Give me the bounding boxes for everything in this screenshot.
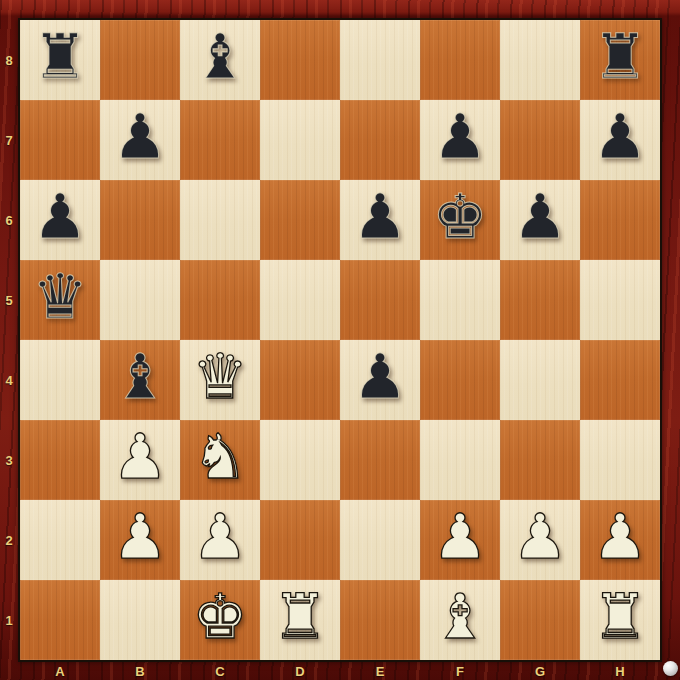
piece-white-pawn[interactable]: ♟ [112,426,168,488]
square-a6[interactable]: ♟ [20,180,100,260]
square-e3[interactable] [340,420,420,500]
piece-black-pawn[interactable]: ♟ [592,106,648,168]
square-g8[interactable] [500,20,580,100]
square-c7[interactable] [180,100,260,180]
square-a3[interactable] [20,420,100,500]
square-d7[interactable] [260,100,340,180]
square-g6[interactable]: ♟ [500,180,580,260]
square-b3[interactable]: ♟ [100,420,180,500]
rank-label-5: 5 [0,260,18,340]
piece-white-rook[interactable]: ♜ [272,586,328,648]
piece-black-pawn[interactable]: ♟ [352,346,408,408]
rank-label-1: 1 [0,580,18,660]
square-c6[interactable] [180,180,260,260]
square-f2[interactable]: ♟ [420,500,500,580]
file-label-g: G [500,662,580,680]
square-b5[interactable] [100,260,180,340]
piece-black-pawn[interactable]: ♟ [352,186,408,248]
file-label-b: B [100,662,180,680]
piece-white-king[interactable]: ♚ [192,586,248,648]
piece-black-rook[interactable]: ♜ [32,26,88,88]
square-a1[interactable] [20,580,100,660]
side-to-move-indicator [663,661,678,676]
file-label-e: E [340,662,420,680]
square-f3[interactable] [420,420,500,500]
square-f5[interactable] [420,260,500,340]
square-a4[interactable] [20,340,100,420]
piece-white-pawn[interactable]: ♟ [432,506,488,568]
square-c5[interactable] [180,260,260,340]
square-f8[interactable] [420,20,500,100]
square-d3[interactable] [260,420,340,500]
rank-label-3: 3 [0,420,18,500]
square-d2[interactable] [260,500,340,580]
square-d1[interactable]: ♜ [260,580,340,660]
rank-label-6: 6 [0,180,18,260]
square-h6[interactable] [580,180,660,260]
square-g3[interactable] [500,420,580,500]
square-a8[interactable]: ♜ [20,20,100,100]
piece-white-knight[interactable]: ♞ [192,426,248,488]
square-h5[interactable] [580,260,660,340]
square-d4[interactable] [260,340,340,420]
square-c2[interactable]: ♟ [180,500,260,580]
piece-black-pawn[interactable]: ♟ [512,186,568,248]
piece-black-rook[interactable]: ♜ [592,26,648,88]
square-e7[interactable] [340,100,420,180]
square-h1[interactable]: ♜ [580,580,660,660]
square-g2[interactable]: ♟ [500,500,580,580]
board-frame: 87654321 ♜♝♜♟♟♟♟♟♚♟♛♝♛♟♟♞♟♟♟♟♟♚♜♝♜ ABCDE… [0,0,680,680]
square-a5[interactable]: ♛ [20,260,100,340]
file-label-a: A [20,662,100,680]
square-h2[interactable]: ♟ [580,500,660,580]
square-d5[interactable] [260,260,340,340]
square-e1[interactable] [340,580,420,660]
rank-label-8: 8 [0,20,18,100]
square-f6[interactable]: ♚ [420,180,500,260]
square-b6[interactable] [100,180,180,260]
square-c4[interactable]: ♛ [180,340,260,420]
piece-white-rook[interactable]: ♜ [592,586,648,648]
square-f1[interactable]: ♝ [420,580,500,660]
piece-white-queen[interactable]: ♛ [192,346,248,408]
square-b1[interactable] [100,580,180,660]
square-c8[interactable]: ♝ [180,20,260,100]
square-e5[interactable] [340,260,420,340]
rank-label-7: 7 [0,100,18,180]
square-e8[interactable] [340,20,420,100]
square-b7[interactable]: ♟ [100,100,180,180]
square-e6[interactable]: ♟ [340,180,420,260]
square-a2[interactable] [20,500,100,580]
piece-black-bishop[interactable]: ♝ [112,346,168,408]
square-b2[interactable]: ♟ [100,500,180,580]
piece-white-pawn[interactable]: ♟ [112,506,168,568]
square-e4[interactable]: ♟ [340,340,420,420]
square-h4[interactable] [580,340,660,420]
file-labels: ABCDEFGH [20,662,660,680]
chess-board: ♜♝♜♟♟♟♟♟♚♟♛♝♛♟♟♞♟♟♟♟♟♚♜♝♜ [18,18,662,662]
square-b8[interactable] [100,20,180,100]
square-d6[interactable] [260,180,340,260]
square-f7[interactable]: ♟ [420,100,500,180]
file-label-d: D [260,662,340,680]
file-label-f: F [420,662,500,680]
piece-white-bishop[interactable]: ♝ [432,586,488,648]
square-h7[interactable]: ♟ [580,100,660,180]
piece-white-pawn[interactable]: ♟ [592,506,648,568]
piece-black-pawn[interactable]: ♟ [432,106,488,168]
square-h3[interactable] [580,420,660,500]
file-label-h: H [580,662,660,680]
square-c1[interactable]: ♚ [180,580,260,660]
piece-white-pawn[interactable]: ♟ [192,506,248,568]
square-e2[interactable] [340,500,420,580]
square-g4[interactable] [500,340,580,420]
rank-labels: 87654321 [0,20,18,660]
piece-black-queen[interactable]: ♛ [32,266,88,328]
square-g7[interactable] [500,100,580,180]
rank-label-2: 2 [0,500,18,580]
square-c3[interactable]: ♞ [180,420,260,500]
square-d8[interactable] [260,20,340,100]
piece-black-bishop[interactable]: ♝ [192,26,248,88]
rank-label-4: 4 [0,340,18,420]
piece-black-pawn[interactable]: ♟ [32,186,88,248]
square-h8[interactable]: ♜ [580,20,660,100]
file-label-c: C [180,662,260,680]
piece-black-pawn[interactable]: ♟ [112,106,168,168]
piece-white-pawn[interactable]: ♟ [512,506,568,568]
square-g5[interactable] [500,260,580,340]
piece-black-king[interactable]: ♚ [432,186,488,248]
square-b4[interactable]: ♝ [100,340,180,420]
square-f4[interactable] [420,340,500,420]
square-g1[interactable] [500,580,580,660]
square-a7[interactable] [20,100,100,180]
